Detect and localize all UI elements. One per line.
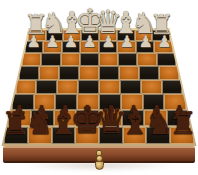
- piece-white-pawn-e2[interactable]: ♟: [82, 34, 96, 50]
- square-d4[interactable]: [99, 66, 119, 80]
- board-row: [16, 80, 183, 95]
- square-f3[interactable]: [61, 53, 80, 66]
- square-b4[interactable]: [139, 66, 159, 80]
- square-c5[interactable]: [120, 80, 141, 95]
- piece-white-pawn-a2[interactable]: ♟: [157, 34, 171, 50]
- board-row: [22, 53, 176, 66]
- square-c3[interactable]: [118, 53, 137, 66]
- square-h5[interactable]: [16, 80, 37, 95]
- square-e5[interactable]: [78, 80, 99, 95]
- piece-white-pawn-d2[interactable]: ♟: [101, 34, 115, 50]
- square-d3[interactable]: [99, 53, 118, 66]
- square-d5[interactable]: [99, 80, 120, 95]
- square-b5[interactable]: [141, 80, 162, 95]
- piece-white-pawn-g2[interactable]: ♟: [45, 34, 59, 50]
- square-c4[interactable]: [119, 66, 139, 80]
- square-a5[interactable]: [162, 80, 183, 95]
- square-b3[interactable]: [137, 53, 156, 66]
- chess-set-photo: ♜♞♝♚♛♝♞♜♟♟♟♟♟♟♟♟♟♟♟♟♟♟♟♟♜♞♝♚♛♝♞♜: [0, 0, 198, 175]
- square-f5[interactable]: [57, 80, 78, 95]
- square-f4[interactable]: [59, 66, 79, 80]
- brass-clasp: [93, 150, 105, 170]
- square-e4[interactable]: [79, 66, 99, 80]
- square-a3[interactable]: [157, 53, 176, 66]
- piece-black-rook-a8[interactable]: ♜: [169, 108, 197, 139]
- square-g4[interactable]: [39, 66, 59, 80]
- square-h4[interactable]: [19, 66, 39, 80]
- square-a4[interactable]: [159, 66, 179, 80]
- piece-white-pawn-h2[interactable]: ♟: [27, 34, 41, 50]
- piece-white-pawn-c2[interactable]: ♟: [120, 34, 134, 50]
- square-g3[interactable]: [41, 53, 60, 66]
- square-h3[interactable]: [22, 53, 41, 66]
- square-g5[interactable]: [36, 80, 57, 95]
- piece-white-pawn-f2[interactable]: ♟: [64, 34, 78, 50]
- square-e3[interactable]: [80, 53, 99, 66]
- piece-white-pawn-b2[interactable]: ♟: [138, 34, 152, 50]
- board-row: [19, 66, 179, 80]
- clasp-drop: [95, 161, 104, 170]
